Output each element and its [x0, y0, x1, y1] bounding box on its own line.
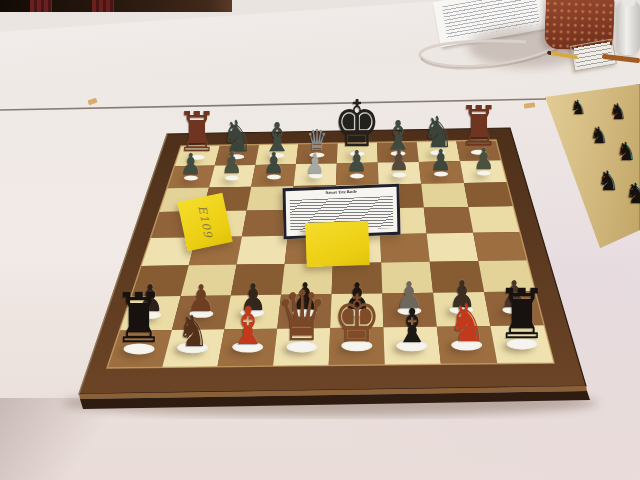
- square-h2: [484, 291, 544, 326]
- square-b7: [209, 165, 255, 188]
- square-g4: [427, 233, 479, 262]
- duck-glyph: ♟: [291, 279, 318, 314]
- piece-winter-pawn-h7: ♟: [471, 146, 497, 174]
- snowy-pine-glyph: ♝: [262, 118, 291, 156]
- frame-edge-highlight: [79, 386, 587, 399]
- snow-base: [390, 151, 405, 156]
- red-fox-glyph: ♞: [448, 299, 486, 348]
- piece-animals-pawn-a2: ♟: [133, 281, 166, 316]
- square-c8: [255, 144, 298, 165]
- snow-base: [431, 150, 446, 155]
- snow-base: [350, 173, 364, 178]
- printed-pages: [433, 0, 551, 47]
- black-bear-glyph: ♜: [114, 287, 165, 353]
- red-box-prop: [92, 0, 114, 12]
- snow-base: [189, 310, 213, 318]
- square-e2: [330, 293, 383, 328]
- piece-winter-pawn-f7: ♟: [387, 149, 412, 176]
- snow-base: [449, 306, 473, 314]
- square-f4: [380, 234, 430, 263]
- snow-pine-glyph: ♟: [347, 148, 368, 176]
- bottle-cap: [622, 0, 635, 6]
- snow-base: [396, 340, 427, 351]
- paper-text-lines: [442, 0, 540, 40]
- square-g2: [433, 292, 490, 327]
- piece-winter-knight-g8: ♞: [419, 112, 458, 153]
- snow-base: [225, 175, 239, 180]
- piece-winter-queen-d8: ♛: [304, 128, 330, 156]
- square-f3: [381, 262, 433, 294]
- snowy-pine-glyph: ♝: [383, 116, 412, 154]
- square-g6: [421, 183, 468, 208]
- piece-winter-pawn-e7: ♟: [344, 148, 370, 176]
- piece-animals-pawn-f2: ♟: [393, 278, 426, 313]
- snow-base: [269, 153, 284, 158]
- piece-animals-pawn-d2: ♟: [288, 279, 321, 314]
- snow-base: [286, 341, 317, 352]
- square-b2: [172, 295, 231, 330]
- snow-base: [350, 152, 365, 157]
- duck-glyph: ♟: [188, 281, 215, 316]
- square-d7: [294, 163, 337, 186]
- square-e3: [332, 263, 383, 295]
- snow-pine-glyph: ♟: [473, 146, 494, 174]
- square-f8: [377, 142, 419, 163]
- frame-left-catchlight: [79, 134, 167, 394]
- snow-base: [502, 306, 526, 314]
- square-h5: [468, 206, 520, 233]
- piece-animals-bishop-f1: ♝: [391, 304, 433, 349]
- hunter-glyph: ♚: [334, 94, 381, 155]
- piece-animals-pawn-g2: ♟: [445, 277, 478, 312]
- snow-base: [471, 149, 486, 154]
- square-h7: [460, 160, 507, 183]
- snow-base: [392, 172, 406, 177]
- piece-animals-pawn-e2: ♟: [340, 279, 373, 314]
- square-c3: [231, 264, 285, 296]
- snow-base: [310, 152, 325, 157]
- snowy-pine-glyph: ♞: [221, 116, 253, 157]
- square-c4: [237, 236, 288, 265]
- snow-base: [507, 339, 538, 350]
- snow-pine-glyph: ♟: [431, 147, 452, 175]
- frame-edge-front: [80, 391, 590, 409]
- deer-glyph: ♛: [277, 285, 328, 351]
- square-d8: [296, 143, 338, 164]
- piece-winter-pawn-d7: ♟: [303, 151, 327, 177]
- piece-winter-pawn-c7: ♟: [261, 150, 287, 178]
- piece-winter-rook-h8: ♜: [454, 100, 503, 152]
- snow-base: [477, 171, 491, 176]
- red-gift-bag: [544, 0, 615, 51]
- piece-animals-rook-a1: ♜: [108, 287, 170, 353]
- photo-scene: Nature Tree Battle E109 ♜♞♝♛♚♝♞♜♟♟♟♟♟♟♟♟…: [0, 0, 640, 480]
- side-set-horse-piece: ♞: [609, 101, 627, 123]
- snow-base: [341, 341, 372, 352]
- square-g5: [424, 207, 473, 234]
- snow-pine-glyph: ♟: [221, 151, 242, 179]
- snow-base: [229, 154, 244, 159]
- duck-glyph: ♟: [343, 279, 370, 314]
- square-b3: [181, 265, 237, 297]
- snow-base: [124, 343, 155, 354]
- snow-pine-glyph: ♟: [180, 151, 201, 179]
- square-e7: [336, 163, 379, 186]
- grey-figure-glyph: ♛: [306, 128, 327, 156]
- piece-animals-bishop-c1: ♝: [224, 302, 271, 351]
- piece-winter-bishop-f8: ♝: [380, 116, 416, 154]
- piece-animals-pawn-h2: ♟: [498, 276, 531, 311]
- tape-bit: [87, 98, 97, 106]
- duck-glyph: ♟: [239, 280, 266, 315]
- tree-stand-glyph: ♜: [459, 100, 499, 152]
- side-set-horse-piece: ♞: [590, 124, 609, 147]
- side-set-horse-piece: ♞: [570, 97, 586, 117]
- piece-animals-queen-d1: ♛: [271, 285, 333, 351]
- tablecloth-fold: [0, 0, 461, 90]
- printed-pages: [447, 0, 554, 40]
- sticky-note-blank: [305, 221, 369, 267]
- duck-glyph: ♟: [136, 281, 163, 316]
- square-c1: [217, 329, 277, 367]
- square-e8: [337, 142, 378, 163]
- piece-winter-pawn-b7: ♟: [219, 151, 245, 179]
- square-b1: [162, 329, 224, 367]
- piece-animals-king-e1: ♚: [328, 288, 386, 350]
- square-h8: [456, 140, 501, 161]
- square-a2: [120, 296, 181, 331]
- square-d3: [281, 263, 333, 295]
- exhibit-title: Nature Tree Battle: [304, 189, 377, 196]
- square-c2: [224, 295, 281, 330]
- piece-animals-pawn-b2: ♟: [185, 281, 218, 316]
- stump-glyph: ♟: [389, 149, 410, 176]
- side-set-horse-piece: ♞: [625, 180, 640, 208]
- white-cord: [408, 30, 578, 75]
- snow-base: [434, 172, 448, 177]
- side-set-horse-piece: ♞: [616, 139, 636, 164]
- brown-bird-glyph: ♞: [177, 311, 209, 352]
- bag-shadow: [468, 26, 588, 68]
- snowball-glyph: ♟: [305, 151, 325, 177]
- square-a1: [107, 330, 172, 368]
- square-a7: [167, 166, 215, 189]
- black-bear-glyph: ♜: [497, 282, 548, 348]
- piece-winter-rook-a8: ♜: [172, 105, 221, 157]
- square-a8: [174, 145, 220, 166]
- snow-base: [138, 310, 162, 318]
- snow-base: [184, 176, 198, 181]
- tree-stand-glyph: ♜: [177, 105, 217, 157]
- duck-glyph: ♟: [501, 276, 528, 311]
- square-f7: [378, 162, 421, 185]
- square-b8: [215, 145, 259, 166]
- snow-base: [178, 343, 209, 354]
- snow-base: [241, 309, 265, 317]
- tape-bit: [524, 102, 536, 108]
- snowy-pine-glyph: ♞: [422, 112, 454, 153]
- second-chess-board: [545, 84, 640, 250]
- snow-pine-glyph: ♟: [263, 150, 284, 178]
- table-corner-shadow: [0, 398, 170, 480]
- snow-base: [345, 308, 369, 316]
- red-box-prop: [30, 0, 52, 12]
- snow-base: [451, 339, 482, 350]
- piece-winter-knight-b8: ♞: [218, 116, 257, 157]
- snow-base: [267, 175, 281, 180]
- side-set-horse-piece: ♞: [597, 167, 619, 194]
- square-g7: [419, 161, 464, 184]
- piece-animals-knight-b1: ♞: [174, 311, 213, 352]
- square-h3: [478, 260, 535, 292]
- snow-base: [232, 342, 263, 353]
- square-h1: [490, 325, 554, 363]
- red-fox-glyph: ♝: [228, 302, 266, 351]
- piece-winter-king-e8: ♚: [329, 94, 386, 155]
- sticky-note-entry-number: E109: [177, 193, 232, 251]
- board-shadow: [62, 390, 598, 416]
- square-a3: [131, 265, 189, 297]
- pencil: [547, 51, 578, 60]
- square-g3: [430, 261, 484, 293]
- small-card-box: [570, 38, 617, 71]
- black-bird-glyph: ♝: [394, 304, 429, 349]
- square-g8: [417, 141, 460, 162]
- piece-animals-knight-g1: ♞: [443, 299, 490, 348]
- square-h4: [473, 232, 527, 261]
- snow-base: [397, 307, 421, 315]
- square-f2: [382, 293, 437, 328]
- table-seam-line: [0, 99, 546, 110]
- square-c7: [251, 164, 296, 187]
- square-d2: [277, 294, 331, 329]
- snow-base: [293, 308, 317, 316]
- water-bottle: [617, 1, 640, 55]
- piece-winter-pawn-a7: ♟: [178, 151, 204, 179]
- square-h6: [464, 182, 513, 207]
- square-e1: [329, 327, 385, 365]
- duck-glyph: ♟: [395, 278, 422, 313]
- wooden-stick: [602, 54, 640, 64]
- duck-glyph: ♟: [448, 277, 475, 312]
- square-g1: [437, 326, 498, 364]
- piece-winter-pawn-g7: ♟: [428, 147, 454, 175]
- piece-animals-pawn-c2: ♟: [236, 280, 269, 315]
- entry-number-text: E109: [195, 204, 215, 239]
- snow-base: [308, 174, 322, 179]
- square-d1: [273, 328, 330, 366]
- standing-animal-glyph: ♚: [333, 288, 381, 350]
- snow-base: [189, 155, 204, 160]
- backdrop-shelf: [0, 0, 232, 12]
- piece-winter-bishop-c8: ♝: [259, 118, 295, 156]
- piece-animals-rook-h1: ♜: [491, 282, 553, 348]
- square-f1: [383, 327, 441, 365]
